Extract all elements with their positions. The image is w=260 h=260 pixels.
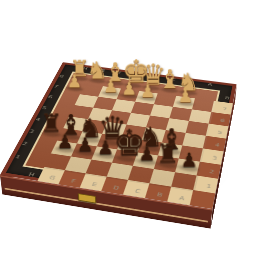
rank-label: 6 <box>220 118 225 123</box>
chess-board: HH88GG77FF66EE55DD44CC33BB22AA11 ♜♞♝♚♛♝♞… <box>0 62 237 209</box>
square-e2[interactable] <box>107 163 133 180</box>
board-scene: HH88GG77FF66EE55DD44CC33BB22AA11 ♜♞♝♚♛♝♞… <box>30 28 226 224</box>
file-label: B <box>189 80 194 84</box>
square-b5[interactable] <box>182 133 205 149</box>
square-b2[interactable] <box>171 172 196 190</box>
file-label: C <box>171 78 177 82</box>
square-h2[interactable] <box>44 153 71 170</box>
square-d2[interactable] <box>128 166 154 183</box>
square-c2[interactable] <box>149 169 175 187</box>
rank-label: 8 <box>225 96 230 100</box>
product-photo: HH88GG77FF66EE55DD44CC33BB22AA11 ♜♞♝♚♛♝♞… <box>0 0 260 260</box>
square-b6[interactable] <box>186 121 209 136</box>
square-g2[interactable] <box>65 156 92 173</box>
rank-label: 7 <box>222 107 227 112</box>
piece-black-pawn-a2[interactable]: ♟ <box>176 151 202 170</box>
file-label: A <box>207 83 212 87</box>
square-f2[interactable] <box>86 160 112 177</box>
